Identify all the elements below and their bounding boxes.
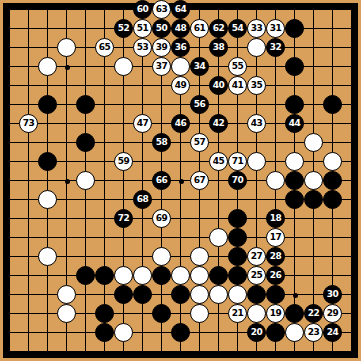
stone-black-c13r14 (228, 247, 247, 266)
stone-black-c15r15-move-26: 26 (266, 266, 285, 285)
stone-black-c16r2 (285, 19, 304, 38)
stone-black-c18r11 (323, 190, 342, 209)
stone-black-c8r11-move-68: 68 (133, 190, 152, 209)
stone-black-c9r8-move-58: 58 (152, 133, 171, 152)
stone-white-c7r4 (114, 57, 133, 76)
stone-white-c13r16 (228, 285, 247, 304)
stone-white-c11r8-move-57: 57 (190, 133, 209, 152)
stone-black-c17r17-move-22: 22 (304, 304, 323, 323)
stone-black-c14r16 (247, 285, 266, 304)
stone-white-c9r12-move-69: 69 (152, 209, 171, 228)
move-number: 58 (156, 138, 168, 147)
stone-white-c7r9-move-59: 59 (114, 152, 133, 171)
stone-black-c8r1-move-60: 60 (133, 0, 152, 19)
stone-black-c16r17 (285, 304, 304, 323)
stone-white-c11r10-move-67: 67 (190, 171, 209, 190)
stone-black-c6r15 (95, 266, 114, 285)
move-number: 53 (137, 43, 149, 52)
stone-black-c16r4 (285, 57, 304, 76)
move-number: 27 (251, 252, 263, 261)
stone-white-c2r7-move-73: 73 (19, 114, 38, 133)
move-number: 62 (213, 24, 225, 33)
stone-white-c13r17-move-21: 21 (228, 304, 247, 323)
stone-black-c12r5-move-40: 40 (209, 76, 228, 95)
stone-white-c9r1-move-63: 63 (152, 0, 171, 19)
move-number: 23 (308, 328, 320, 337)
stone-white-c14r15-move-25: 25 (247, 266, 266, 285)
move-number: 43 (251, 119, 263, 128)
go-board[interactable]: 6063645251504861625433316553393638323734… (0, 0, 361, 361)
stone-black-c15r14-move-28: 28 (266, 247, 285, 266)
stone-black-c7r16 (114, 285, 133, 304)
stone-white-c17r18-move-23: 23 (304, 323, 323, 342)
stone-white-c13r5-move-41: 41 (228, 76, 247, 95)
move-number: 68 (137, 195, 149, 204)
move-number: 65 (99, 43, 111, 52)
stone-black-c10r16 (171, 285, 190, 304)
stone-black-c16r6 (285, 95, 304, 114)
move-number: 45 (213, 157, 225, 166)
stone-white-c10r5-move-49: 49 (171, 76, 190, 95)
stone-white-c11r17 (190, 304, 209, 323)
move-number: 21 (232, 309, 244, 318)
stone-white-c14r14-move-27: 27 (247, 247, 266, 266)
stone-white-c3r4 (38, 57, 57, 76)
move-number: 31 (270, 24, 282, 33)
stone-black-c10r7-move-46: 46 (171, 114, 190, 133)
stone-white-c17r8 (304, 133, 323, 152)
move-number: 71 (232, 157, 244, 166)
stone-black-c9r10-move-66: 66 (152, 171, 171, 190)
move-number: 19 (270, 309, 282, 318)
stone-white-c10r15 (171, 266, 190, 285)
stone-black-c9r17 (152, 304, 171, 323)
move-number: 47 (137, 119, 149, 128)
move-number: 49 (175, 81, 187, 90)
stone-black-c15r18 (266, 323, 285, 342)
stone-black-c17r11 (304, 190, 323, 209)
move-number: 18 (270, 214, 282, 223)
stone-white-c14r17 (247, 304, 266, 323)
stone-white-c18r17-move-29: 29 (323, 304, 342, 323)
stone-white-c10r4 (171, 57, 190, 76)
stone-white-c12r9-move-45: 45 (209, 152, 228, 171)
move-number: 20 (251, 328, 263, 337)
stone-black-c10r2-move-48: 48 (171, 19, 190, 38)
move-number: 30 (327, 290, 339, 299)
stone-white-c14r5-move-35: 35 (247, 76, 266, 95)
stone-black-c7r12-move-72: 72 (114, 209, 133, 228)
stone-white-c14r3 (247, 38, 266, 57)
move-number: 55 (232, 62, 244, 71)
stone-black-c9r15 (152, 266, 171, 285)
stone-black-c18r6 (323, 95, 342, 114)
move-number: 50 (156, 24, 168, 33)
move-number: 63 (156, 5, 168, 14)
move-number: 38 (213, 43, 225, 52)
stone-white-c9r14 (152, 247, 171, 266)
move-number: 48 (175, 24, 187, 33)
stone-black-c9r2-move-50: 50 (152, 19, 171, 38)
move-number: 25 (251, 271, 263, 280)
move-number: 51 (137, 24, 149, 33)
stone-white-c4r3 (57, 38, 76, 57)
stone-white-c6r3-move-65: 65 (95, 38, 114, 57)
move-number: 69 (156, 214, 168, 223)
move-number: 41 (232, 81, 244, 90)
stone-white-c8r7-move-47: 47 (133, 114, 152, 133)
move-number: 70 (232, 176, 244, 185)
move-number: 17 (270, 233, 282, 242)
stone-white-c15r13-move-17: 17 (266, 228, 285, 247)
move-number: 29 (327, 309, 339, 318)
stone-black-c18r16-move-30: 30 (323, 285, 342, 304)
stone-white-c5r10 (76, 171, 95, 190)
stone-black-c15r3-move-32: 32 (266, 38, 285, 57)
stone-white-c15r2-move-31: 31 (266, 19, 285, 38)
move-number: 28 (270, 252, 282, 261)
stone-black-c13r10-move-70: 70 (228, 171, 247, 190)
move-number: 57 (194, 138, 206, 147)
stone-white-c16r9 (285, 152, 304, 171)
stone-black-c5r6 (76, 95, 95, 114)
move-number: 59 (118, 157, 130, 166)
move-number: 33 (251, 24, 263, 33)
stone-black-c11r6-move-56: 56 (190, 95, 209, 114)
stone-black-c6r17 (95, 304, 114, 323)
move-number: 37 (156, 62, 168, 71)
move-number: 24 (327, 328, 339, 337)
move-number: 60 (137, 5, 149, 14)
stone-white-c13r4-move-55: 55 (228, 57, 247, 76)
stone-white-c4r17 (57, 304, 76, 323)
move-number: 26 (270, 271, 282, 280)
stone-black-c6r18 (95, 323, 114, 342)
stone-black-c3r6 (38, 95, 57, 114)
stone-black-c12r7-move-42: 42 (209, 114, 228, 133)
stone-black-c13r13 (228, 228, 247, 247)
stone-black-c5r8 (76, 133, 95, 152)
stone-black-c13r12 (228, 209, 247, 228)
stone-black-c16r7-move-44: 44 (285, 114, 304, 133)
stone-black-c10r1-move-64: 64 (171, 0, 190, 19)
stone-black-c5r15 (76, 266, 95, 285)
stone-black-c12r15 (209, 266, 228, 285)
stone-black-c12r2-move-62: 62 (209, 19, 228, 38)
move-number: 66 (156, 176, 168, 185)
move-number: 64 (175, 5, 187, 14)
stone-white-c7r15 (114, 266, 133, 285)
stone-white-c11r2-move-61: 61 (190, 19, 209, 38)
stone-white-c11r16 (190, 285, 209, 304)
stone-black-c8r16 (133, 285, 152, 304)
stone-white-c14r2-move-33: 33 (247, 19, 266, 38)
stone-black-c16r11 (285, 190, 304, 209)
stone-white-c12r13 (209, 228, 228, 247)
stone-white-c11r14 (190, 247, 209, 266)
move-number: 39 (156, 43, 168, 52)
move-number: 32 (270, 43, 282, 52)
stone-white-c15r17-move-19: 19 (266, 304, 285, 323)
stone-black-c10r3-move-36: 36 (171, 38, 190, 57)
move-number: 44 (289, 119, 301, 128)
stone-black-c7r2-move-52: 52 (114, 19, 133, 38)
stone-white-c4r16 (57, 285, 76, 304)
move-number: 56 (194, 100, 206, 109)
stone-black-c11r4-move-34: 34 (190, 57, 209, 76)
stone-white-c14r9 (247, 152, 266, 171)
stone-white-c12r16 (209, 285, 228, 304)
stone-white-c13r9-move-71: 71 (228, 152, 247, 171)
move-number: 73 (23, 119, 35, 128)
stone-white-c15r10 (266, 171, 285, 190)
move-number: 40 (213, 81, 225, 90)
stone-black-c15r16 (266, 285, 285, 304)
stone-white-c14r7-move-43: 43 (247, 114, 266, 133)
stone-black-c16r10 (285, 171, 304, 190)
stone-black-c12r3-move-38: 38 (209, 38, 228, 57)
move-number: 67 (194, 176, 206, 185)
stone-white-c8r2-move-51: 51 (133, 19, 152, 38)
stone-white-c3r11 (38, 190, 57, 209)
move-number: 72 (118, 214, 130, 223)
move-number: 36 (175, 43, 187, 52)
move-number: 42 (213, 119, 225, 128)
stone-black-c18r18-move-24: 24 (323, 323, 342, 342)
stone-white-c9r3-move-39: 39 (152, 38, 171, 57)
stone-white-c3r14 (38, 247, 57, 266)
move-number: 46 (175, 119, 187, 128)
move-number: 52 (118, 24, 130, 33)
stone-black-c14r18-move-20: 20 (247, 323, 266, 342)
stone-white-c8r3-move-53: 53 (133, 38, 152, 57)
move-number: 34 (194, 62, 206, 71)
stones-layer: 6063645251504861625433316553393638323734… (0, 0, 361, 361)
move-number: 61 (194, 24, 206, 33)
stone-white-c11r15 (190, 266, 209, 285)
stone-black-c18r10 (323, 171, 342, 190)
stone-black-c15r12-move-18: 18 (266, 209, 285, 228)
stone-white-c17r10 (304, 171, 323, 190)
stone-white-c8r15 (133, 266, 152, 285)
stone-white-c16r18 (285, 323, 304, 342)
stone-black-c10r18 (171, 323, 190, 342)
move-number: 54 (232, 24, 244, 33)
move-number: 35 (251, 81, 263, 90)
stone-black-c13r2-move-54: 54 (228, 19, 247, 38)
stone-white-c9r4-move-37: 37 (152, 57, 171, 76)
move-number: 22 (308, 309, 320, 318)
stone-black-c3r9 (38, 152, 57, 171)
stone-black-c13r15 (228, 266, 247, 285)
stone-white-c18r9 (323, 152, 342, 171)
stone-white-c7r18 (114, 323, 133, 342)
